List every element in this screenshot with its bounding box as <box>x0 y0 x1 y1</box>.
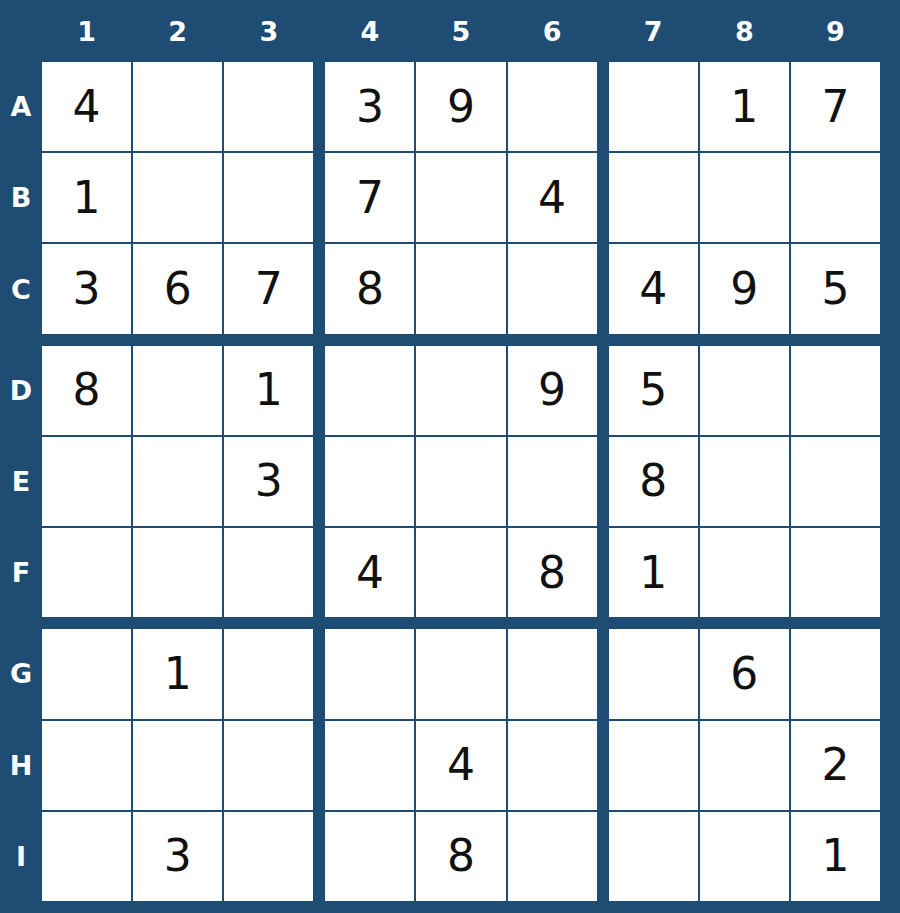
cell-F8[interactable] <box>700 528 789 617</box>
cell-C9[interactable]: 5 <box>791 244 880 333</box>
cell-I6[interactable] <box>508 812 597 901</box>
cell-C2[interactable]: 6 <box>133 244 222 333</box>
cell-F6[interactable]: 8 <box>508 528 597 617</box>
cell-G9[interactable] <box>791 629 880 718</box>
cell-C7[interactable]: 4 <box>609 244 698 333</box>
cell-D5[interactable] <box>416 346 505 435</box>
cell-E2[interactable] <box>133 437 222 526</box>
cell-B8[interactable] <box>700 153 789 242</box>
cell-C8[interactable]: 9 <box>700 244 789 333</box>
column-header-group-1: 123 <box>42 0 313 62</box>
cell-B2[interactable] <box>133 153 222 242</box>
column-header-4: 4 <box>325 0 414 62</box>
row-label-E: E <box>0 437 42 526</box>
cell-C6[interactable] <box>508 244 597 333</box>
cell-H3[interactable] <box>224 721 313 810</box>
cell-D8[interactable] <box>700 346 789 435</box>
cell-I1[interactable] <box>42 812 131 901</box>
cell-F3[interactable] <box>224 528 313 617</box>
sudoku-board: 4136739748174958139485811348621 <box>42 62 880 901</box>
cell-I2[interactable]: 3 <box>133 812 222 901</box>
cell-B9[interactable] <box>791 153 880 242</box>
row-label-B: B <box>0 153 42 242</box>
cell-E9[interactable] <box>791 437 880 526</box>
cell-D6[interactable]: 9 <box>508 346 597 435</box>
box-5: 948 <box>325 346 596 618</box>
cell-B3[interactable] <box>224 153 313 242</box>
cell-B5[interactable] <box>416 153 505 242</box>
cell-D7[interactable]: 5 <box>609 346 698 435</box>
box-9: 621 <box>609 629 880 901</box>
box-3: 17495 <box>609 62 880 334</box>
box-1: 41367 <box>42 62 313 334</box>
cell-I4[interactable] <box>325 812 414 901</box>
row-label-I: I <box>0 812 42 901</box>
column-header-2: 2 <box>133 0 222 62</box>
cell-B6[interactable]: 4 <box>508 153 597 242</box>
box-2: 39748 <box>325 62 596 334</box>
cell-G3[interactable] <box>224 629 313 718</box>
cell-D3[interactable]: 1 <box>224 346 313 435</box>
cell-F2[interactable] <box>133 528 222 617</box>
row-label-F: F <box>0 528 42 617</box>
cell-G2[interactable]: 1 <box>133 629 222 718</box>
row-label-C: C <box>0 244 42 333</box>
cell-A3[interactable] <box>224 62 313 151</box>
cell-C5[interactable] <box>416 244 505 333</box>
cell-A7[interactable] <box>609 62 698 151</box>
row-labels: ABCDEFGHI <box>0 62 42 901</box>
column-header-group-2: 456 <box>325 0 596 62</box>
column-header-7: 7 <box>609 0 698 62</box>
cell-I3[interactable] <box>224 812 313 901</box>
row-label-H: H <box>0 721 42 810</box>
cell-H6[interactable] <box>508 721 597 810</box>
cell-I5[interactable]: 8 <box>416 812 505 901</box>
cell-G1[interactable] <box>42 629 131 718</box>
cell-I9[interactable]: 1 <box>791 812 880 901</box>
column-header-3: 3 <box>224 0 313 62</box>
cell-C3[interactable]: 7 <box>224 244 313 333</box>
cell-F9[interactable] <box>791 528 880 617</box>
cell-G4[interactable] <box>325 629 414 718</box>
cell-H1[interactable] <box>42 721 131 810</box>
column-header-1: 1 <box>42 0 131 62</box>
cell-H8[interactable] <box>700 721 789 810</box>
cell-G7[interactable] <box>609 629 698 718</box>
sudoku-page: 123456789 ABCDEFGHI 41367397481749581394… <box>0 0 900 913</box>
row-label-group-2: DEF <box>0 346 42 618</box>
cell-D1[interactable]: 8 <box>42 346 131 435</box>
cell-C4[interactable]: 8 <box>325 244 414 333</box>
cell-F7[interactable]: 1 <box>609 528 698 617</box>
cell-F1[interactable] <box>42 528 131 617</box>
cell-C1[interactable]: 3 <box>42 244 131 333</box>
cell-B4[interactable]: 7 <box>325 153 414 242</box>
row-label-A: A <box>0 62 42 151</box>
cell-F4[interactable]: 4 <box>325 528 414 617</box>
box-6: 581 <box>609 346 880 618</box>
row-label-group-3: GHI <box>0 629 42 901</box>
box-7: 13 <box>42 629 313 901</box>
cell-B7[interactable] <box>609 153 698 242</box>
cell-D4[interactable] <box>325 346 414 435</box>
cell-D2[interactable] <box>133 346 222 435</box>
cell-E4[interactable] <box>325 437 414 526</box>
cell-A6[interactable] <box>508 62 597 151</box>
cell-A2[interactable] <box>133 62 222 151</box>
cell-H5[interactable]: 4 <box>416 721 505 810</box>
cell-A8[interactable]: 1 <box>700 62 789 151</box>
cell-H9[interactable]: 2 <box>791 721 880 810</box>
row-label-D: D <box>0 346 42 435</box>
column-headers: 123456789 <box>42 0 880 62</box>
cell-E3[interactable]: 3 <box>224 437 313 526</box>
cell-E5[interactable] <box>416 437 505 526</box>
column-header-8: 8 <box>700 0 789 62</box>
cell-G5[interactable] <box>416 629 505 718</box>
row-label-G: G <box>0 629 42 718</box>
cell-I7[interactable] <box>609 812 698 901</box>
cell-E7[interactable]: 8 <box>609 437 698 526</box>
cell-E1[interactable] <box>42 437 131 526</box>
column-header-9: 9 <box>791 0 880 62</box>
column-header-6: 6 <box>508 0 597 62</box>
cell-D9[interactable] <box>791 346 880 435</box>
cell-A5[interactable]: 9 <box>416 62 505 151</box>
cell-I8[interactable] <box>700 812 789 901</box>
box-8: 48 <box>325 629 596 901</box>
cell-A4[interactable]: 3 <box>325 62 414 151</box>
cell-B1[interactable]: 1 <box>42 153 131 242</box>
cell-H4[interactable] <box>325 721 414 810</box>
cell-G8[interactable]: 6 <box>700 629 789 718</box>
cell-A9[interactable]: 7 <box>791 62 880 151</box>
box-4: 813 <box>42 346 313 618</box>
column-header-group-3: 789 <box>609 0 880 62</box>
cell-H2[interactable] <box>133 721 222 810</box>
cell-H7[interactable] <box>609 721 698 810</box>
corner-spacer <box>0 0 42 62</box>
cell-A1[interactable]: 4 <box>42 62 131 151</box>
column-header-5: 5 <box>416 0 505 62</box>
cell-G6[interactable] <box>508 629 597 718</box>
cell-E8[interactable] <box>700 437 789 526</box>
cell-E6[interactable] <box>508 437 597 526</box>
row-label-group-1: ABC <box>0 62 42 334</box>
cell-F5[interactable] <box>416 528 505 617</box>
